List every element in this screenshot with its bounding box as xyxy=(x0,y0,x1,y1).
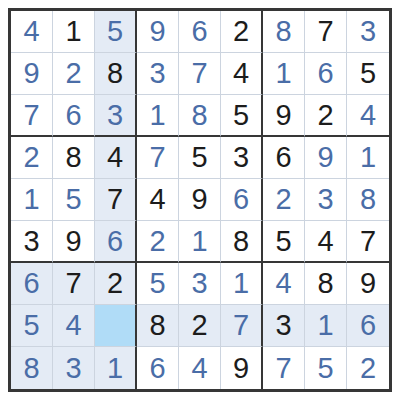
cell-r8c9[interactable]: 6 xyxy=(347,305,389,347)
cell-r9c3[interactable]: 1 xyxy=(95,347,137,389)
cell-r6c5[interactable]: 1 xyxy=(179,221,221,263)
cell-r3c3[interactable]: 3 xyxy=(95,95,137,137)
cell-r1c1[interactable]: 4 xyxy=(11,11,53,53)
cell-r6c8[interactable]: 4 xyxy=(305,221,347,263)
cell-r6c9[interactable]: 7 xyxy=(347,221,389,263)
cell-r7c5[interactable]: 3 xyxy=(179,263,221,305)
cell-r9c9[interactable]: 2 xyxy=(347,347,389,389)
cell-r8c2[interactable]: 4 xyxy=(53,305,95,347)
sudoku-board: 4159628739283741657631859242847536911574… xyxy=(8,8,392,392)
cell-r6c1[interactable]: 3 xyxy=(11,221,53,263)
cell-r2c8[interactable]: 6 xyxy=(305,53,347,95)
cell-r1c8[interactable]: 7 xyxy=(305,11,347,53)
cell-r4c8[interactable]: 9 xyxy=(305,137,347,179)
cell-r5c5[interactable]: 9 xyxy=(179,179,221,221)
cell-r4c1[interactable]: 2 xyxy=(11,137,53,179)
cell-r4c4[interactable]: 7 xyxy=(137,137,179,179)
cell-r5c3[interactable]: 7 xyxy=(95,179,137,221)
cell-r9c4[interactable]: 6 xyxy=(137,347,179,389)
cell-r1c5[interactable]: 6 xyxy=(179,11,221,53)
cell-r5c8[interactable]: 3 xyxy=(305,179,347,221)
cell-r6c6[interactable]: 8 xyxy=(221,221,263,263)
cell-r4c5[interactable]: 5 xyxy=(179,137,221,179)
cell-r7c7[interactable]: 4 xyxy=(263,263,305,305)
cell-r7c1[interactable]: 6 xyxy=(11,263,53,305)
cell-r6c2[interactable]: 9 xyxy=(53,221,95,263)
cell-r2c1[interactable]: 9 xyxy=(11,53,53,95)
cell-r8c4[interactable]: 8 xyxy=(137,305,179,347)
cell-r3c1[interactable]: 7 xyxy=(11,95,53,137)
cell-r8c1[interactable]: 5 xyxy=(11,305,53,347)
cell-r8c5[interactable]: 2 xyxy=(179,305,221,347)
cell-r3c5[interactable]: 8 xyxy=(179,95,221,137)
cell-r4c9[interactable]: 1 xyxy=(347,137,389,179)
cell-r2c6[interactable]: 4 xyxy=(221,53,263,95)
cell-r1c3[interactable]: 5 xyxy=(95,11,137,53)
cell-r5c2[interactable]: 5 xyxy=(53,179,95,221)
cell-r1c9[interactable]: 3 xyxy=(347,11,389,53)
cell-r3c6[interactable]: 5 xyxy=(221,95,263,137)
cell-r7c6[interactable]: 1 xyxy=(221,263,263,305)
cell-r5c4[interactable]: 4 xyxy=(137,179,179,221)
cell-r4c3[interactable]: 4 xyxy=(95,137,137,179)
cell-r8c3[interactable] xyxy=(95,305,137,347)
cell-r2c4[interactable]: 3 xyxy=(137,53,179,95)
cell-r9c6[interactable]: 9 xyxy=(221,347,263,389)
cell-r1c6[interactable]: 2 xyxy=(221,11,263,53)
cell-r6c3[interactable]: 6 xyxy=(95,221,137,263)
cell-r2c7[interactable]: 1 xyxy=(263,53,305,95)
cell-r8c6[interactable]: 7 xyxy=(221,305,263,347)
cell-r1c7[interactable]: 8 xyxy=(263,11,305,53)
cell-r5c7[interactable]: 2 xyxy=(263,179,305,221)
cell-r8c8[interactable]: 1 xyxy=(305,305,347,347)
cell-r3c7[interactable]: 9 xyxy=(263,95,305,137)
cell-r4c6[interactable]: 3 xyxy=(221,137,263,179)
cell-r3c9[interactable]: 4 xyxy=(347,95,389,137)
cell-r8c7[interactable]: 3 xyxy=(263,305,305,347)
cell-r2c5[interactable]: 7 xyxy=(179,53,221,95)
cell-r9c7[interactable]: 7 xyxy=(263,347,305,389)
cell-r2c2[interactable]: 2 xyxy=(53,53,95,95)
cell-r7c4[interactable]: 5 xyxy=(137,263,179,305)
cell-r3c8[interactable]: 2 xyxy=(305,95,347,137)
cell-r7c8[interactable]: 8 xyxy=(305,263,347,305)
cell-r5c1[interactable]: 1 xyxy=(11,179,53,221)
cell-r3c2[interactable]: 6 xyxy=(53,95,95,137)
cell-r4c2[interactable]: 8 xyxy=(53,137,95,179)
cell-r7c3[interactable]: 2 xyxy=(95,263,137,305)
cell-r4c7[interactable]: 6 xyxy=(263,137,305,179)
cell-r1c4[interactable]: 9 xyxy=(137,11,179,53)
cell-r1c2[interactable]: 1 xyxy=(53,11,95,53)
cell-r2c3[interactable]: 8 xyxy=(95,53,137,95)
cell-r7c2[interactable]: 7 xyxy=(53,263,95,305)
cell-r9c1[interactable]: 8 xyxy=(11,347,53,389)
cell-r6c7[interactable]: 5 xyxy=(263,221,305,263)
cell-r9c2[interactable]: 3 xyxy=(53,347,95,389)
cell-r9c5[interactable]: 4 xyxy=(179,347,221,389)
cell-r3c4[interactable]: 1 xyxy=(137,95,179,137)
cell-r7c9[interactable]: 9 xyxy=(347,263,389,305)
cell-r2c9[interactable]: 5 xyxy=(347,53,389,95)
cell-r9c8[interactable]: 5 xyxy=(305,347,347,389)
cell-r6c4[interactable]: 2 xyxy=(137,221,179,263)
cell-r5c9[interactable]: 8 xyxy=(347,179,389,221)
cell-r5c6[interactable]: 6 xyxy=(221,179,263,221)
